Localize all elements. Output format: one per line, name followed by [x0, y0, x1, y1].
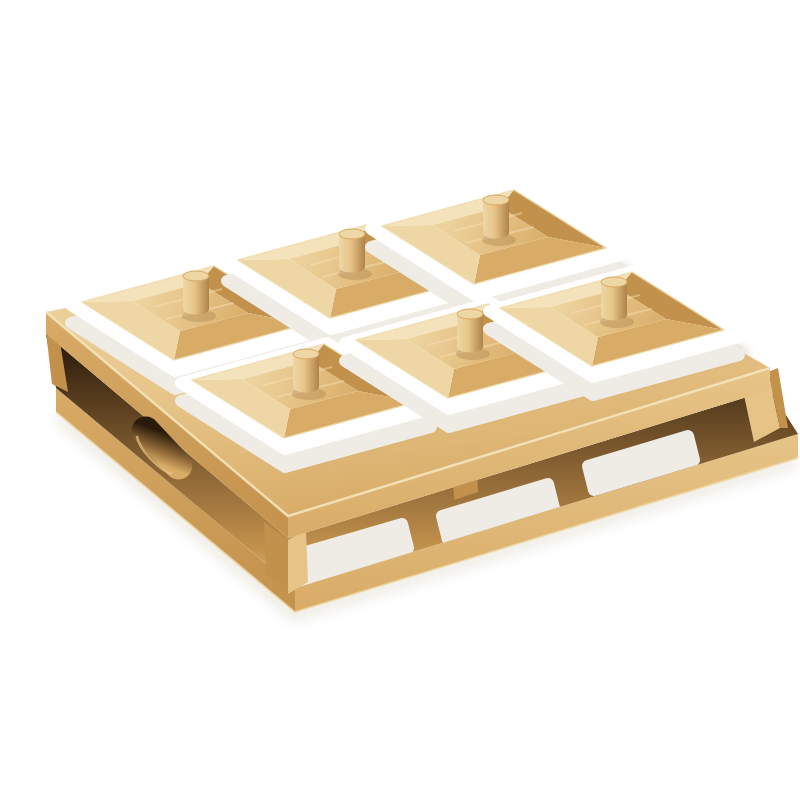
bamboo-tray-scene: [0, 0, 800, 800]
product-photo: [0, 0, 800, 800]
